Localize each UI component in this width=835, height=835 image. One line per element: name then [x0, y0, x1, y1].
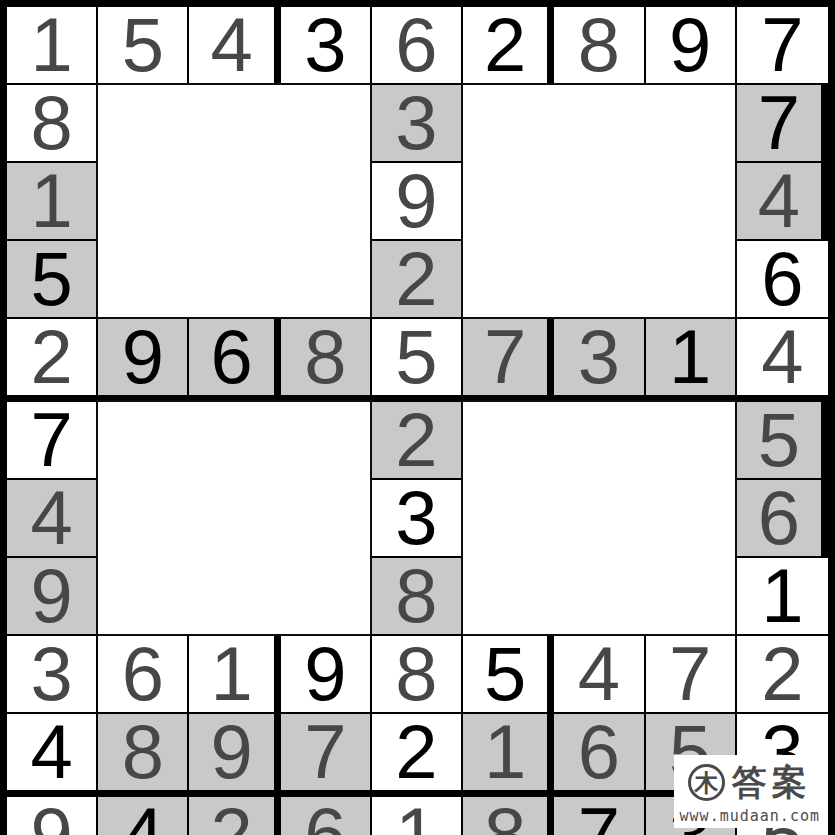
- cell-r3c7: 3: [554, 319, 645, 402]
- cell-r6c5: 2: [372, 714, 463, 797]
- cell-r4c8: 8: [372, 558, 463, 636]
- cell-r5c3: 1: [189, 636, 280, 714]
- cell-r2c7: 5: [7, 241, 98, 319]
- cell-r3c8: 1: [646, 319, 737, 402]
- cell-r4c2: 2: [372, 402, 463, 480]
- hyper-window-outline-4: [461, 400, 737, 636]
- cell-r2c2: 3: [372, 85, 463, 163]
- watermark-header: 木 答案: [688, 759, 812, 806]
- cell-r1c9: 7: [737, 7, 828, 85]
- cell-r6c6: 1: [463, 714, 554, 797]
- cell-r3c2: 9: [98, 319, 189, 402]
- cell-r1c3: 4: [189, 7, 280, 85]
- cell-r1c4: 3: [281, 7, 372, 85]
- cell-r6c7: 6: [554, 714, 645, 797]
- cell-r2c1: 8: [7, 85, 98, 163]
- cell-r1c2: 5: [98, 7, 189, 85]
- cell-r3c1: 2: [7, 319, 98, 402]
- cell-r7c1: 9: [7, 797, 98, 835]
- watermark: 木 答案 www.mudaan.com: [674, 755, 828, 828]
- cell-r3c9: 4: [737, 319, 828, 402]
- cell-r2c4: 1: [7, 163, 98, 241]
- cell-r7c2: 4: [98, 797, 189, 835]
- cell-r3c4: 8: [281, 319, 372, 402]
- cell-r7c6: 8: [463, 797, 554, 835]
- cell-r1c1: 1: [7, 7, 98, 85]
- hyper-window-outline-2: [461, 83, 737, 319]
- cell-r4c4: 4: [7, 480, 98, 558]
- mudaan-logo-icon: 木: [688, 764, 725, 801]
- cell-r1c7: 8: [554, 7, 645, 85]
- cell-r6c2: 8: [98, 714, 189, 797]
- cell-r3c5: 5: [372, 319, 463, 402]
- cell-r4c6: 6: [737, 480, 828, 558]
- hyper-window-outline-1: [96, 83, 372, 319]
- cell-r1c5: 6: [372, 7, 463, 85]
- cell-r4c5: 3: [372, 480, 463, 558]
- watermark-title: 答案: [732, 759, 812, 806]
- cell-r7c7: 7: [554, 797, 645, 835]
- cell-r2c3: 7: [737, 85, 828, 163]
- cell-r5c6: 5: [463, 636, 554, 714]
- cell-r1c6: 2: [463, 7, 554, 85]
- cell-r4c3: 5: [737, 402, 828, 480]
- cell-r7c3: 2: [189, 797, 280, 835]
- cell-r2c9: 6: [737, 241, 828, 319]
- cell-r7c5: 1: [372, 797, 463, 835]
- cell-r3c3: 6: [189, 319, 280, 402]
- sudoku-board: 1543628978371945262968573147254369813619…: [0, 0, 835, 835]
- cell-r5c4: 9: [281, 636, 372, 714]
- cell-r6c1: 4: [7, 714, 98, 797]
- cell-r2c6: 4: [737, 163, 828, 241]
- cell-r4c1: 7: [7, 402, 98, 480]
- cell-r5c1: 3: [7, 636, 98, 714]
- watermark-url: www.mudaan.com: [680, 807, 820, 825]
- cell-r2c8: 2: [372, 241, 463, 319]
- cell-r2c5: 9: [372, 163, 463, 241]
- cell-r5c5: 8: [372, 636, 463, 714]
- cell-r4c9: 1: [737, 558, 828, 636]
- cell-r5c2: 6: [98, 636, 189, 714]
- cell-r6c4: 7: [281, 714, 372, 797]
- cell-r5c7: 4: [554, 636, 645, 714]
- cell-r5c8: 7: [646, 636, 737, 714]
- cell-r7c4: 6: [281, 797, 372, 835]
- cell-r6c3: 9: [189, 714, 280, 797]
- cell-r3c6: 7: [463, 319, 554, 402]
- hyper-window-outline-3: [96, 400, 372, 636]
- cell-r4c7: 9: [7, 558, 98, 636]
- cell-r5c9: 2: [737, 636, 828, 714]
- cell-r1c8: 9: [646, 7, 737, 85]
